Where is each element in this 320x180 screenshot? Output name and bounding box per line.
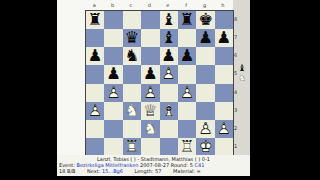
square-b7[interactable]: [104, 29, 122, 47]
square-d8[interactable]: [141, 11, 159, 29]
piece-black-rook: ♜: [86, 11, 104, 29]
square-c5[interactable]: [123, 65, 141, 83]
piece-black-knight: ♞: [123, 47, 141, 65]
square-g1[interactable]: ♚♔: [196, 138, 214, 156]
piece-outline: ♗: [160, 102, 178, 120]
square-b3[interactable]: [104, 102, 122, 120]
file-label-e: e: [159, 2, 177, 8]
piece-outline: ♘: [237, 74, 247, 84]
square-c7[interactable]: ♛: [123, 29, 141, 47]
piece-white-queen: ♛♕: [141, 102, 159, 120]
piece-white-knight: ♞♘: [123, 102, 141, 120]
piece-outline: ♖: [123, 138, 141, 156]
square-a3[interactable]: ♟♙: [86, 102, 104, 120]
file-label-a: a: [85, 2, 103, 8]
square-f5[interactable]: [178, 65, 196, 83]
piece-black-pawn: ♟: [104, 65, 122, 83]
game-info-footer: Lanzl, Tobias ( ) - Stadtmann, Matthias …: [57, 155, 250, 176]
piece-black-king: ♚: [196, 11, 214, 29]
square-a4[interactable]: [86, 84, 104, 102]
square-h4[interactable]: [215, 84, 233, 102]
square-e2[interactable]: [160, 120, 178, 138]
piece-black-pawn: ♟: [215, 29, 233, 47]
square-e6[interactable]: ♟: [160, 47, 178, 65]
square-b1[interactable]: [104, 138, 122, 156]
square-g4[interactable]: [196, 84, 214, 102]
piece-outline: ♕: [141, 102, 159, 120]
rank-label-4: 4: [234, 83, 237, 101]
square-d6[interactable]: [141, 47, 159, 65]
square-b6[interactable]: [104, 47, 122, 65]
square-h2[interactable]: ♟♙: [215, 120, 233, 138]
file-label-c: c: [122, 2, 140, 8]
piece-white-pawn: ♟♙: [141, 84, 159, 102]
material-value: Material: =: [173, 168, 201, 174]
square-f8[interactable]: ♜: [178, 11, 196, 29]
square-e4[interactable]: [160, 84, 178, 102]
rank-labels: 87654321: [234, 10, 237, 155]
rank-label-8: 8: [234, 10, 237, 28]
square-b8[interactable]: [104, 11, 122, 29]
square-a6[interactable]: ♟: [86, 47, 104, 65]
square-a5[interactable]: [86, 65, 104, 83]
piece-white-pawn: ♟♙: [86, 102, 104, 120]
piece-outline: ♖: [178, 138, 196, 156]
square-c6[interactable]: ♞: [123, 47, 141, 65]
piece-white-rook: ♜♖: [178, 138, 196, 156]
piece-outline: ♙: [196, 120, 214, 138]
letterbox-stage: ♝♞♘ abcdefgh ♜♝♜♚♛♝♟♟♟♞♟♟♟♟♟♙♟♙♟♙♟♙♟♙♞♘♛…: [0, 0, 320, 180]
square-d4[interactable]: ♟♙: [141, 84, 159, 102]
square-f3[interactable]: [178, 102, 196, 120]
file-label-f: f: [177, 2, 195, 8]
captured-white-knight-icon: ♞♘: [237, 74, 247, 84]
file-label-h: h: [214, 2, 232, 8]
length-value: Length: 57: [135, 168, 162, 174]
square-a8[interactable]: ♜: [86, 11, 104, 29]
square-h5[interactable]: [215, 65, 233, 83]
piece-outline: ♙: [141, 84, 159, 102]
square-a2[interactable]: [86, 120, 104, 138]
file-labels-top: abcdefgh: [85, 2, 233, 8]
square-g7[interactable]: ♟: [196, 29, 214, 47]
square-d3[interactable]: ♛♕: [141, 102, 159, 120]
square-f4[interactable]: ♟♙: [178, 84, 196, 102]
chess-board[interactable]: ♜♝♜♚♛♝♟♟♟♞♟♟♟♟♟♙♟♙♟♙♟♙♟♙♞♘♛♕♝♗♞♘♟♙♟♙♜♖♜♖…: [85, 10, 234, 157]
rank-label-3: 3: [234, 101, 237, 119]
piece-white-pawn: ♟♙: [178, 84, 196, 102]
rank-label-1: 1: [234, 137, 237, 155]
square-c1[interactable]: ♜♖: [123, 138, 141, 156]
file-label-d: d: [140, 2, 158, 8]
square-h1[interactable]: [215, 138, 233, 156]
square-c8[interactable]: [123, 11, 141, 29]
piece-outline: ♘: [141, 120, 159, 138]
piece-black-pawn: ♟: [86, 47, 104, 65]
piece-outline: ♙: [178, 84, 196, 102]
piece-outline: ♙: [160, 65, 178, 83]
rank-label-6: 6: [234, 46, 237, 64]
square-h7[interactable]: ♟: [215, 29, 233, 47]
rank-label-7: 7: [234, 28, 237, 46]
rank-label-2: 2: [234, 119, 237, 137]
square-e3[interactable]: ♝♗: [160, 102, 178, 120]
square-e1[interactable]: [160, 138, 178, 156]
square-d2[interactable]: ♞♘: [141, 120, 159, 138]
square-g6[interactable]: [196, 47, 214, 65]
next-label: Next:: [87, 168, 100, 174]
square-d1[interactable]: [141, 138, 159, 156]
piece-white-pawn: ♟♙: [196, 120, 214, 138]
piece-white-pawn: ♟♙: [104, 84, 122, 102]
square-d5[interactable]: ♟: [141, 65, 159, 83]
square-d7[interactable]: [141, 29, 159, 47]
piece-outline: ♙: [86, 102, 104, 120]
piece-white-king: ♚♔: [196, 138, 214, 156]
square-a1[interactable]: [86, 138, 104, 156]
move-counter: 18 B/B: [59, 168, 76, 174]
square-c2[interactable]: [123, 120, 141, 138]
square-a7[interactable]: [86, 29, 104, 47]
square-f1[interactable]: ♜♖: [178, 138, 196, 156]
piece-white-knight: ♞♘: [141, 120, 159, 138]
piece-white-bishop: ♝♗: [160, 102, 178, 120]
square-e8[interactable]: ♝: [160, 11, 178, 29]
square-e5[interactable]: ♟♙: [160, 65, 178, 83]
status-line: 18 B/B Next: 15...Bg6 Length: 57 Materia…: [57, 168, 250, 174]
piece-white-pawn: ♟♙: [160, 65, 178, 83]
file-label-b: b: [103, 2, 121, 8]
piece-black-bishop: ♝: [160, 29, 178, 47]
square-e7[interactable]: ♝: [160, 29, 178, 47]
square-b2[interactable]: [104, 120, 122, 138]
square-b5[interactable]: ♟: [104, 65, 122, 83]
piece-outline: ♘: [123, 102, 141, 120]
piece-outline: ♙: [215, 120, 233, 138]
rank-label-5: 5: [234, 64, 237, 82]
file-label-g: g: [195, 2, 213, 8]
piece-black-queen: ♛: [123, 29, 141, 47]
square-h6[interactable]: [215, 47, 233, 65]
next-move[interactable]: 15...Bg6: [102, 168, 123, 174]
app-window: ♝♞♘ abcdefgh ♜♝♜♚♛♝♟♟♟♞♟♟♟♟♟♙♟♙♟♙♟♙♟♙♞♘♛…: [57, 0, 250, 176]
square-g5[interactable]: [196, 65, 214, 83]
square-g8[interactable]: ♚: [196, 11, 214, 29]
piece-black-pawn: ♟: [178, 47, 196, 65]
piece-outline: ♙: [104, 84, 122, 102]
piece-black-rook: ♜: [178, 11, 196, 29]
square-h8[interactable]: [215, 11, 233, 29]
piece-outline: ♔: [196, 138, 214, 156]
piece-black-pawn: ♟: [141, 65, 159, 83]
piece-white-rook: ♜♖: [123, 138, 141, 156]
square-b4[interactable]: ♟♙: [104, 84, 122, 102]
captured-pieces: ♝♞♘: [236, 64, 248, 84]
piece-black-bishop: ♝: [160, 11, 178, 29]
square-c4[interactable]: [123, 84, 141, 102]
square-c3[interactable]: ♞♘: [123, 102, 141, 120]
square-f6[interactable]: ♟: [178, 47, 196, 65]
square-g2[interactable]: ♟♙: [196, 120, 214, 138]
piece-black-pawn: ♟: [160, 47, 178, 65]
piece-white-pawn: ♟♙: [215, 120, 233, 138]
square-f2[interactable]: [178, 120, 196, 138]
piece-black-pawn: ♟: [196, 29, 214, 47]
square-f7[interactable]: [178, 29, 196, 47]
square-h3[interactable]: [215, 102, 233, 120]
square-g3[interactable]: [196, 102, 214, 120]
